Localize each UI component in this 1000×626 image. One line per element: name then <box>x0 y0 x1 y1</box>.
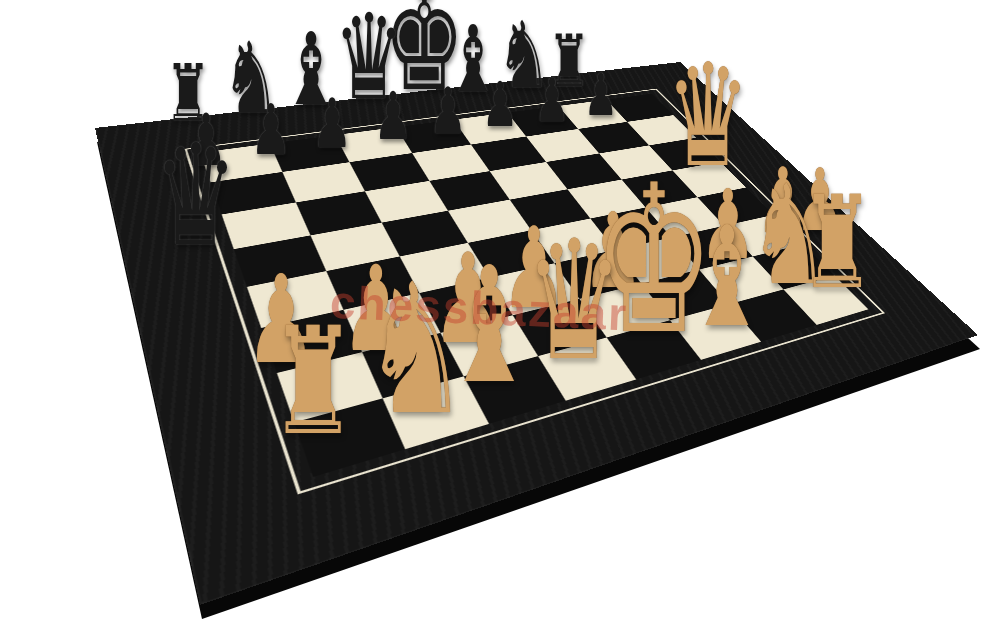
piece-black-queen-frame-left-a6: ♛ <box>155 126 238 266</box>
piece-white-knight-b1: ♞ <box>363 260 470 440</box>
piece-black-pawn-g7: ♟ <box>534 70 570 130</box>
piece-white-queen-d1: ♛ <box>525 219 623 384</box>
pieces-layer: ♜♞♝♛♚♝♞♜♟♟♟♟♟♟♟♟♛♛♟♟♟♟♟♟♟♟♜♞♝♛♚♝♞♜ <box>0 0 1000 626</box>
piece-black-pawn-f7: ♟ <box>482 74 519 136</box>
piece-black-pawn-h7: ♟ <box>584 66 618 124</box>
piece-black-pawn-d7: ♟ <box>373 84 412 150</box>
board-scene: ♜♞♝♛♚♝♞♜♟♟♟♟♟♟♟♟♛♛♟♟♟♟♟♟♟♟♜♞♝♛♚♝♞♜ chess… <box>0 0 1000 626</box>
piece-black-pawn-e7: ♟ <box>429 79 467 143</box>
piece-white-rook-a1: ♜ <box>269 308 357 456</box>
piece-white-rook-h1: ♜ <box>799 179 875 307</box>
piece-black-pawn-c7: ♟ <box>312 90 352 158</box>
piece-black-pawn-b7: ♟ <box>250 95 291 165</box>
